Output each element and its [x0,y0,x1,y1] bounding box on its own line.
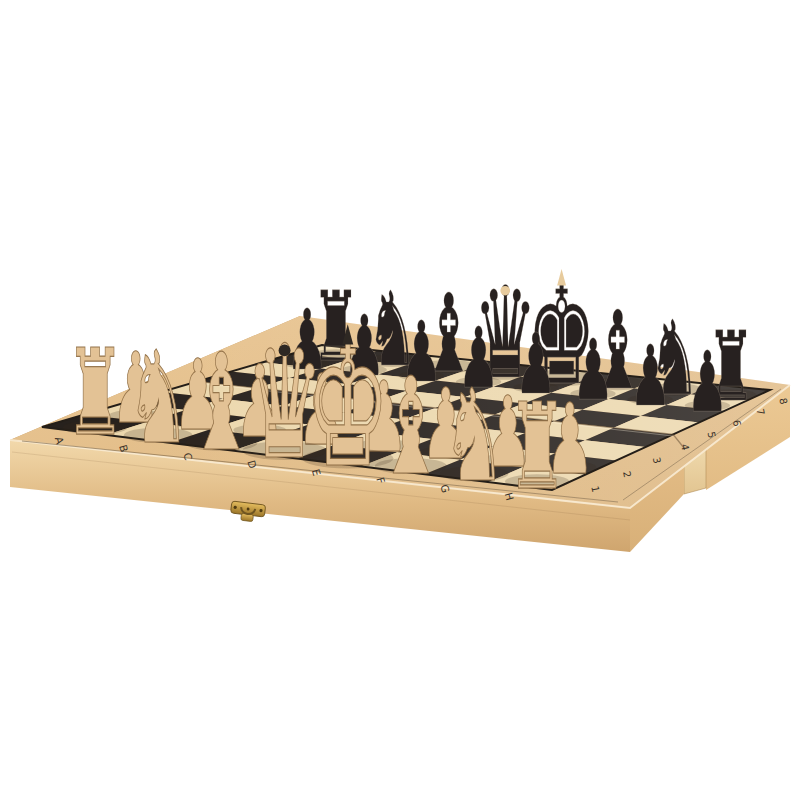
product-photo-stage: ABCDEFGH12345678♜♞♝♛♚♝♞♜♟♟♟♟♟♟♟♟♟♟♟♟♟♟♟♟… [0,0,800,800]
queen-ball-finial [279,344,291,356]
piece-glyph-pawn: ♟ [686,333,728,430]
piece-glyph-bishop: ♝ [377,348,444,505]
piece-glyph-knight: ♞ [442,362,506,510]
chess-set-photo: ABCDEFGH12345678♜♞♝♛♚♝♞♜♟♟♟♟♟♟♟♟♟♟♟♟♟♟♟♟… [0,0,800,800]
queen-ball-finial [500,286,510,296]
piece-white-knight-g1: ♞ [440,362,509,510]
piece-black-pawn-g7: ♟ [628,327,673,424]
piece-black-pawn-h7: ♟ [685,333,730,430]
piece-glyph-knight: ♞ [126,323,190,471]
piece-white-rook-a1: ♜ [63,323,127,462]
piece-glyph-pawn: ♟ [629,327,671,424]
piece-white-rook-h1: ♜ [505,377,569,516]
brass-clasp [230,501,266,523]
piece-glyph-rook: ♜ [65,323,125,462]
piece-white-bishop-f1: ♝ [375,348,447,505]
piece-white-knight-b1: ♞ [124,323,193,471]
piece-glyph-rook: ♜ [507,377,567,516]
